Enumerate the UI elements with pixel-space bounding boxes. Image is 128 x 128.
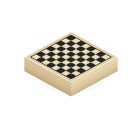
board-square — [51, 65, 61, 70]
board-square — [66, 62, 76, 67]
board-square — [91, 60, 101, 65]
board-square — [66, 73, 76, 78]
board-square — [86, 57, 96, 62]
board-square — [81, 65, 91, 70]
board-square — [51, 60, 61, 65]
board-square — [66, 68, 76, 73]
board-square — [81, 60, 91, 65]
board-square — [56, 62, 66, 67]
board-square — [76, 68, 86, 73]
board-square — [61, 70, 71, 75]
product-photo — [0, 0, 128, 128]
board-square — [46, 62, 56, 67]
board-square — [61, 60, 71, 65]
board-square — [71, 65, 81, 70]
board-square — [71, 60, 81, 65]
board-square — [71, 70, 81, 75]
board-square — [61, 65, 71, 70]
board-square — [76, 57, 86, 62]
board-square — [56, 68, 66, 73]
board-square — [56, 57, 66, 62]
board-square — [46, 57, 56, 62]
board-square — [96, 57, 106, 62]
board-square — [66, 57, 76, 62]
board-square — [36, 57, 46, 62]
board-square — [76, 62, 86, 67]
board-square — [86, 62, 96, 67]
board-square — [41, 60, 51, 65]
